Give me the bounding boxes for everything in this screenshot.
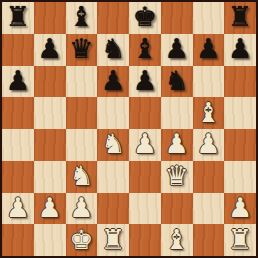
black-pawn-d6[interactable]: ♟ [101, 67, 125, 94]
square-c4[interactable] [66, 129, 98, 161]
square-f3[interactable]: ♛ [161, 161, 193, 193]
white-pawn-b2[interactable]: ♟ [38, 194, 62, 221]
square-b3[interactable] [34, 161, 66, 193]
square-a4[interactable] [2, 129, 34, 161]
square-h7[interactable]: ♟ [224, 34, 256, 66]
square-d4[interactable]: ♞ [97, 129, 129, 161]
chess-board: ♜♝♚♜♟♛♞♝♟♟♟♟♟♟♞♝♞♟♟♟♞♛♟♟♟♟♚♜♝♜ [0, 0, 258, 258]
square-a7[interactable] [2, 34, 34, 66]
black-pawn-g7[interactable]: ♟ [196, 35, 220, 62]
black-queen-c7[interactable]: ♛ [69, 35, 93, 62]
square-h4[interactable] [224, 129, 256, 161]
square-f8[interactable] [161, 2, 193, 34]
square-e4[interactable]: ♟ [129, 129, 161, 161]
black-pawn-b7[interactable]: ♟ [38, 35, 62, 62]
square-g4[interactable]: ♟ [193, 129, 225, 161]
square-c5[interactable] [66, 97, 98, 129]
square-g6[interactable] [193, 66, 225, 98]
square-b6[interactable] [34, 66, 66, 98]
square-f6[interactable]: ♞ [161, 66, 193, 98]
square-d5[interactable] [97, 97, 129, 129]
square-a8[interactable]: ♜ [2, 2, 34, 34]
square-a1[interactable] [2, 224, 34, 256]
black-pawn-h7[interactable]: ♟ [228, 35, 252, 62]
square-e2[interactable] [129, 193, 161, 225]
square-b4[interactable] [34, 129, 66, 161]
square-c8[interactable]: ♝ [66, 2, 98, 34]
white-pawn-g4[interactable]: ♟ [196, 130, 220, 157]
white-rook-d1[interactable]: ♜ [101, 226, 125, 253]
black-king-e8[interactable]: ♚ [133, 3, 157, 30]
square-e7[interactable]: ♝ [129, 34, 161, 66]
square-e5[interactable] [129, 97, 161, 129]
square-c6[interactable] [66, 66, 98, 98]
black-knight-d7[interactable]: ♞ [101, 35, 125, 62]
square-f5[interactable] [161, 97, 193, 129]
white-king-c1[interactable]: ♚ [69, 226, 93, 253]
square-g7[interactable]: ♟ [193, 34, 225, 66]
square-b1[interactable] [34, 224, 66, 256]
square-f2[interactable] [161, 193, 193, 225]
square-g1[interactable] [193, 224, 225, 256]
square-b2[interactable]: ♟ [34, 193, 66, 225]
square-g5[interactable]: ♝ [193, 97, 225, 129]
white-pawn-c2[interactable]: ♟ [69, 194, 93, 221]
square-a6[interactable]: ♟ [2, 66, 34, 98]
square-c2[interactable]: ♟ [66, 193, 98, 225]
square-a5[interactable] [2, 97, 34, 129]
square-b8[interactable] [34, 2, 66, 34]
square-c3[interactable]: ♞ [66, 161, 98, 193]
square-d3[interactable] [97, 161, 129, 193]
white-knight-c3[interactable]: ♞ [69, 162, 93, 189]
square-a2[interactable]: ♟ [2, 193, 34, 225]
square-d2[interactable] [97, 193, 129, 225]
square-c1[interactable]: ♚ [66, 224, 98, 256]
square-b7[interactable]: ♟ [34, 34, 66, 66]
square-e1[interactable] [129, 224, 161, 256]
square-e8[interactable]: ♚ [129, 2, 161, 34]
square-d8[interactable] [97, 2, 129, 34]
square-f7[interactable]: ♟ [161, 34, 193, 66]
black-pawn-e6[interactable]: ♟ [133, 67, 157, 94]
square-d1[interactable]: ♜ [97, 224, 129, 256]
white-pawn-a2[interactable]: ♟ [6, 194, 30, 221]
white-knight-d4[interactable]: ♞ [101, 130, 125, 157]
square-e3[interactable] [129, 161, 161, 193]
white-queen-f3[interactable]: ♛ [165, 162, 189, 189]
white-pawn-h2[interactable]: ♟ [228, 194, 252, 221]
black-knight-f6[interactable]: ♞ [165, 67, 189, 94]
black-rook-h8[interactable]: ♜ [228, 3, 252, 30]
chess-board-grid: ♜♝♚♜♟♛♞♝♟♟♟♟♟♟♞♝♞♟♟♟♞♛♟♟♟♟♚♜♝♜ [2, 2, 256, 256]
black-bishop-e7[interactable]: ♝ [133, 35, 157, 62]
square-g8[interactable] [193, 2, 225, 34]
square-h6[interactable] [224, 66, 256, 98]
square-f1[interactable]: ♝ [161, 224, 193, 256]
white-pawn-e4[interactable]: ♟ [133, 130, 157, 157]
square-a3[interactable] [2, 161, 34, 193]
square-h8[interactable]: ♜ [224, 2, 256, 34]
square-c7[interactable]: ♛ [66, 34, 98, 66]
black-rook-a8[interactable]: ♜ [6, 3, 30, 30]
square-b5[interactable] [34, 97, 66, 129]
white-bishop-f1[interactable]: ♝ [165, 226, 189, 253]
square-h3[interactable] [224, 161, 256, 193]
square-e6[interactable]: ♟ [129, 66, 161, 98]
square-d7[interactable]: ♞ [97, 34, 129, 66]
square-h2[interactable]: ♟ [224, 193, 256, 225]
square-h5[interactable] [224, 97, 256, 129]
black-pawn-a6[interactable]: ♟ [6, 67, 30, 94]
white-bishop-g5[interactable]: ♝ [196, 99, 220, 126]
black-pawn-f7[interactable]: ♟ [165, 35, 189, 62]
square-f4[interactable]: ♟ [161, 129, 193, 161]
square-d6[interactable]: ♟ [97, 66, 129, 98]
square-g3[interactable] [193, 161, 225, 193]
black-bishop-c8[interactable]: ♝ [69, 3, 93, 30]
white-pawn-f4[interactable]: ♟ [165, 130, 189, 157]
square-h1[interactable]: ♜ [224, 224, 256, 256]
white-rook-h1[interactable]: ♜ [228, 226, 252, 253]
square-g2[interactable] [193, 193, 225, 225]
